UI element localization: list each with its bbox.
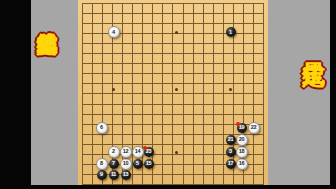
stone-number: 9 (100, 172, 103, 178)
star-point (229, 88, 232, 91)
stone-white-6[interactable]: 6 (96, 122, 108, 134)
stone-white-20[interactable]: 20 (236, 134, 248, 146)
stone-number: 1 (229, 30, 232, 36)
board-intersections-grid: 1234567891011121314151617181920212223 (78, 0, 269, 189)
stone-number: 16 (239, 161, 245, 167)
stone-white-2[interactable]: 2 (108, 146, 120, 158)
stone-number: 18 (239, 149, 245, 155)
stone-number: 2 (112, 149, 115, 155)
stone-number: 14 (135, 149, 141, 155)
stone-number: 11 (111, 172, 116, 178)
stone-number: 19 (239, 125, 245, 131)
stone-number: 15 (146, 161, 152, 167)
stone-white-10[interactable]: 10 (120, 158, 132, 170)
stone-number: 8 (100, 161, 103, 167)
star-point (112, 88, 115, 91)
star-point (175, 88, 178, 91)
stone-number: 10 (123, 161, 129, 167)
left-black-band (0, 0, 31, 189)
bottom-border (0, 185, 336, 189)
stone-number: 5 (136, 161, 139, 167)
stone-white-12[interactable]: 12 (120, 146, 132, 158)
stone-white-16[interactable]: 16 (236, 158, 248, 170)
stone-black-7[interactable]: 7 (109, 159, 119, 169)
stone-white-4[interactable]: 4 (108, 26, 120, 38)
stone-number: 21 (228, 137, 234, 143)
stone-number: 22 (251, 125, 257, 131)
stone-white-14[interactable]: 14 (132, 146, 144, 158)
stone-number: 12 (123, 149, 129, 155)
stone-number: 6 (100, 125, 103, 131)
stone-black-13[interactable]: 13 (121, 170, 131, 180)
stone-white-18[interactable]: 18 (236, 146, 248, 158)
stone-black-19[interactable]: 19 (237, 123, 247, 133)
stone-black-1[interactable]: 1 (226, 27, 236, 37)
stone-black-3[interactable]: 3 (226, 147, 236, 157)
stone-black-21[interactable]: 21 (226, 135, 236, 145)
stone-black-15[interactable]: 15 (144, 159, 154, 169)
stone-black-11[interactable]: 11 (109, 170, 119, 180)
star-point (175, 151, 178, 154)
star-point (175, 31, 178, 34)
stone-number: 4 (112, 30, 115, 36)
stone-number: 20 (239, 137, 245, 143)
stone-black-17[interactable]: 17 (226, 159, 236, 169)
stone-number: 3 (229, 149, 232, 155)
stone-black-9[interactable]: 9 (97, 170, 107, 180)
stone-number: 17 (228, 161, 234, 167)
stone-black-5[interactable]: 5 (133, 159, 143, 169)
screenshot-root: 定式的后续变化 12345678910111213141516171819202… (0, 0, 336, 189)
stone-number: 13 (123, 172, 129, 178)
stone-white-8[interactable]: 8 (96, 158, 108, 170)
go-board[interactable]: 1234567891011121314151617181920212223 (78, 0, 268, 189)
stone-black-23[interactable]: 23 (144, 147, 154, 157)
stone-white-22[interactable]: 22 (248, 122, 260, 134)
right-black-band (330, 0, 336, 189)
stone-number: 23 (146, 149, 152, 155)
stone-number: 7 (112, 161, 115, 167)
